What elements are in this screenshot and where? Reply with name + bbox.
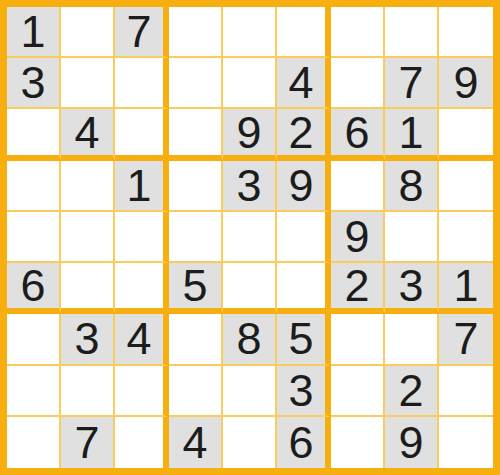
cell-r6c3[interactable] [115, 263, 169, 314]
cell-r9c2[interactable]: 7 [61, 417, 115, 468]
cell-r6c4[interactable]: 5 [169, 263, 223, 314]
given-digit: 9 [288, 163, 313, 208]
cell-r3c6[interactable]: 2 [277, 109, 331, 160]
cell-r2c2[interactable] [61, 58, 115, 109]
given-digit: 4 [74, 110, 99, 155]
cell-r9c8[interactable]: 9 [385, 417, 439, 468]
cell-r4c1[interactable] [7, 161, 61, 212]
cell-r2c3[interactable] [115, 58, 169, 109]
given-digit: 7 [74, 420, 99, 465]
given-digit: 7 [398, 60, 423, 105]
cell-r5c4[interactable] [169, 212, 223, 263]
cell-r5c1[interactable] [7, 212, 61, 263]
given-digit: 9 [398, 420, 423, 465]
cell-r7c7[interactable] [331, 314, 385, 365]
cell-r9c9[interactable] [439, 417, 493, 468]
cell-r3c2[interactable]: 4 [61, 109, 115, 160]
cell-r9c5[interactable] [223, 417, 277, 468]
cell-r5c2[interactable] [61, 212, 115, 263]
cell-r3c1[interactable] [7, 109, 61, 160]
cell-r1c7[interactable] [331, 7, 385, 58]
given-digit: 5 [182, 263, 207, 308]
cell-r4c4[interactable] [169, 161, 223, 212]
given-digit: 3 [236, 163, 261, 208]
cell-r2c6[interactable]: 4 [277, 58, 331, 109]
cell-r3c4[interactable] [169, 109, 223, 160]
given-digit: 6 [288, 420, 313, 465]
cell-r3c3[interactable] [115, 109, 169, 160]
cell-r3c5[interactable]: 9 [223, 109, 277, 160]
given-digit: 2 [288, 110, 313, 155]
cell-r4c5[interactable]: 3 [223, 161, 277, 212]
cell-r6c2[interactable] [61, 263, 115, 314]
cell-r4c7[interactable] [331, 161, 385, 212]
cell-r8c5[interactable] [223, 366, 277, 417]
cell-r4c8[interactable]: 8 [385, 161, 439, 212]
cell-r1c1[interactable]: 1 [7, 7, 61, 58]
given-digit: 7 [126, 9, 151, 54]
given-digit: 4 [126, 316, 151, 361]
cell-r1c6[interactable] [277, 7, 331, 58]
cell-r5c3[interactable] [115, 212, 169, 263]
cell-r7c4[interactable] [169, 314, 223, 365]
cell-r7c3[interactable]: 4 [115, 314, 169, 365]
cell-r5c8[interactable] [385, 212, 439, 263]
cell-r9c7[interactable] [331, 417, 385, 468]
cell-r8c7[interactable] [331, 366, 385, 417]
cell-r8c3[interactable] [115, 366, 169, 417]
cell-r7c9[interactable]: 7 [439, 314, 493, 365]
cell-r7c1[interactable] [7, 314, 61, 365]
cell-r5c9[interactable] [439, 212, 493, 263]
cell-r7c8[interactable] [385, 314, 439, 365]
cell-r2c4[interactable] [169, 58, 223, 109]
cell-r1c5[interactable] [223, 7, 277, 58]
cell-r6c5[interactable] [223, 263, 277, 314]
cell-r4c6[interactable]: 9 [277, 161, 331, 212]
cell-r1c8[interactable] [385, 7, 439, 58]
cell-r3c8[interactable]: 1 [385, 109, 439, 160]
given-digit: 9 [344, 214, 369, 259]
given-digit: 9 [236, 110, 261, 155]
cell-r1c4[interactable] [169, 7, 223, 58]
cell-r9c1[interactable] [7, 417, 61, 468]
given-digit: 7 [453, 316, 478, 361]
cell-r9c6[interactable]: 6 [277, 417, 331, 468]
given-digit: 4 [182, 420, 207, 465]
cell-r5c6[interactable] [277, 212, 331, 263]
given-digit: 3 [398, 263, 423, 308]
given-digit: 6 [20, 263, 45, 308]
cell-r8c6[interactable]: 3 [277, 366, 331, 417]
cell-r3c7[interactable]: 6 [331, 109, 385, 160]
cell-r8c2[interactable] [61, 366, 115, 417]
given-digit: 1 [453, 263, 478, 308]
cell-r3c9[interactable] [439, 109, 493, 160]
given-digit: 3 [74, 316, 99, 361]
cell-r8c4[interactable] [169, 366, 223, 417]
given-digit: 3 [20, 60, 45, 105]
given-digit: 1 [398, 110, 423, 155]
cell-r7c5[interactable]: 8 [223, 314, 277, 365]
given-digit: 8 [398, 163, 423, 208]
cell-r6c1[interactable]: 6 [7, 263, 61, 314]
cell-r2c1[interactable]: 3 [7, 58, 61, 109]
cell-r1c2[interactable] [61, 7, 115, 58]
given-digit: 3 [288, 368, 313, 413]
given-digit: 9 [453, 60, 478, 105]
cell-r2c5[interactable] [223, 58, 277, 109]
given-digit: 6 [344, 110, 369, 155]
given-digit: 1 [126, 163, 151, 208]
given-digit: 8 [236, 316, 261, 361]
given-digit: 4 [288, 60, 313, 105]
cell-r7c6[interactable]: 5 [277, 314, 331, 365]
sudoku-board: 17347949261139896523134857327469 [0, 0, 500, 475]
cell-r5c5[interactable] [223, 212, 277, 263]
cell-r8c1[interactable] [7, 366, 61, 417]
cell-r4c2[interactable] [61, 161, 115, 212]
cell-r4c9[interactable] [439, 161, 493, 212]
cell-r2c7[interactable] [331, 58, 385, 109]
cell-r8c9[interactable] [439, 366, 493, 417]
given-digit: 5 [288, 316, 313, 361]
cell-r7c2[interactable]: 3 [61, 314, 115, 365]
cell-r6c8[interactable]: 3 [385, 263, 439, 314]
cell-r1c9[interactable] [439, 7, 493, 58]
cell-r1c3[interactable]: 7 [115, 7, 169, 58]
cell-r6c7[interactable]: 2 [331, 263, 385, 314]
cell-r6c6[interactable] [277, 263, 331, 314]
cell-r4c3[interactable]: 1 [115, 161, 169, 212]
given-digit: 2 [398, 368, 423, 413]
cell-r9c3[interactable] [115, 417, 169, 468]
cell-r5c7[interactable]: 9 [331, 212, 385, 263]
cell-r2c9[interactable]: 9 [439, 58, 493, 109]
given-digit: 2 [344, 263, 369, 308]
cell-r6c9[interactable]: 1 [439, 263, 493, 314]
cell-r8c8[interactable]: 2 [385, 366, 439, 417]
cell-r2c8[interactable]: 7 [385, 58, 439, 109]
given-digit: 1 [20, 9, 45, 54]
cell-r9c4[interactable]: 4 [169, 417, 223, 468]
